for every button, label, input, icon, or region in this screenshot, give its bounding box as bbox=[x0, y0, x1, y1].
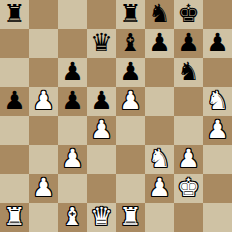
chess-board: ♜♜♞♚♛♝♟♟♟♟♟♞♟♟♟♟♟♞♟♟♟♞♟♟♟♚♜♝♛♜ bbox=[0, 0, 232, 232]
square-e7[interactable]: ♝ bbox=[116, 29, 145, 58]
square-g8[interactable]: ♚ bbox=[174, 0, 203, 29]
piece-black-rook: ♜ bbox=[3, 0, 25, 28]
piece-white-pawn: ♟ bbox=[148, 174, 170, 202]
square-e4[interactable] bbox=[116, 116, 145, 145]
square-d4[interactable]: ♟ bbox=[87, 116, 116, 145]
piece-black-knight: ♞ bbox=[177, 58, 199, 86]
square-f3[interactable]: ♞ bbox=[145, 145, 174, 174]
square-c2[interactable] bbox=[58, 174, 87, 203]
square-c6[interactable]: ♟ bbox=[58, 58, 87, 87]
square-f1[interactable] bbox=[145, 203, 174, 232]
square-b2[interactable]: ♟ bbox=[29, 174, 58, 203]
piece-black-rook: ♜ bbox=[119, 0, 141, 28]
square-h2[interactable] bbox=[203, 174, 232, 203]
piece-black-knight: ♞ bbox=[148, 0, 170, 28]
square-a5[interactable]: ♟ bbox=[0, 87, 29, 116]
piece-black-pawn: ♟ bbox=[206, 29, 228, 57]
piece-white-rook: ♜ bbox=[3, 203, 25, 231]
piece-white-pawn: ♟ bbox=[177, 145, 199, 173]
square-a4[interactable] bbox=[0, 116, 29, 145]
piece-white-pawn: ♟ bbox=[206, 116, 228, 144]
square-g7[interactable]: ♟ bbox=[174, 29, 203, 58]
piece-white-bishop: ♝ bbox=[61, 203, 83, 231]
square-f4[interactable] bbox=[145, 116, 174, 145]
square-h4[interactable]: ♟ bbox=[203, 116, 232, 145]
square-h3[interactable] bbox=[203, 145, 232, 174]
square-d3[interactable] bbox=[87, 145, 116, 174]
piece-white-rook: ♜ bbox=[119, 203, 141, 231]
square-d2[interactable] bbox=[87, 174, 116, 203]
piece-black-pawn: ♟ bbox=[61, 58, 83, 86]
square-b5[interactable]: ♟ bbox=[29, 87, 58, 116]
piece-white-pawn: ♟ bbox=[90, 116, 112, 144]
square-g1[interactable] bbox=[174, 203, 203, 232]
square-e1[interactable]: ♜ bbox=[116, 203, 145, 232]
piece-black-pawn: ♟ bbox=[61, 87, 83, 115]
square-b1[interactable] bbox=[29, 203, 58, 232]
square-f7[interactable]: ♟ bbox=[145, 29, 174, 58]
piece-black-king: ♚ bbox=[177, 0, 199, 28]
square-d8[interactable] bbox=[87, 0, 116, 29]
piece-white-pawn: ♟ bbox=[32, 174, 54, 202]
square-d5[interactable]: ♟ bbox=[87, 87, 116, 116]
piece-black-pawn: ♟ bbox=[119, 58, 141, 86]
square-a3[interactable] bbox=[0, 145, 29, 174]
piece-white-queen: ♛ bbox=[90, 203, 112, 231]
square-c5[interactable]: ♟ bbox=[58, 87, 87, 116]
square-f8[interactable]: ♞ bbox=[145, 0, 174, 29]
square-h5[interactable]: ♞ bbox=[203, 87, 232, 116]
square-b3[interactable] bbox=[29, 145, 58, 174]
square-b6[interactable] bbox=[29, 58, 58, 87]
piece-black-pawn: ♟ bbox=[3, 87, 25, 115]
square-h6[interactable] bbox=[203, 58, 232, 87]
piece-white-king: ♚ bbox=[177, 174, 199, 202]
square-b8[interactable] bbox=[29, 0, 58, 29]
square-c7[interactable] bbox=[58, 29, 87, 58]
square-g4[interactable] bbox=[174, 116, 203, 145]
square-a7[interactable] bbox=[0, 29, 29, 58]
piece-white-knight: ♞ bbox=[148, 145, 170, 173]
square-e3[interactable] bbox=[116, 145, 145, 174]
square-c4[interactable] bbox=[58, 116, 87, 145]
piece-white-knight: ♞ bbox=[206, 87, 228, 115]
square-e8[interactable]: ♜ bbox=[116, 0, 145, 29]
square-a8[interactable]: ♜ bbox=[0, 0, 29, 29]
square-d7[interactable]: ♛ bbox=[87, 29, 116, 58]
square-h1[interactable] bbox=[203, 203, 232, 232]
square-d6[interactable] bbox=[87, 58, 116, 87]
square-b4[interactable] bbox=[29, 116, 58, 145]
square-g2[interactable]: ♚ bbox=[174, 174, 203, 203]
square-c3[interactable]: ♟ bbox=[58, 145, 87, 174]
piece-black-pawn: ♟ bbox=[148, 29, 170, 57]
square-g3[interactable]: ♟ bbox=[174, 145, 203, 174]
piece-white-pawn: ♟ bbox=[119, 87, 141, 115]
square-a2[interactable] bbox=[0, 174, 29, 203]
square-g5[interactable] bbox=[174, 87, 203, 116]
square-e6[interactable]: ♟ bbox=[116, 58, 145, 87]
square-d1[interactable]: ♛ bbox=[87, 203, 116, 232]
square-c1[interactable]: ♝ bbox=[58, 203, 87, 232]
square-a1[interactable]: ♜ bbox=[0, 203, 29, 232]
square-f5[interactable] bbox=[145, 87, 174, 116]
square-g6[interactable]: ♞ bbox=[174, 58, 203, 87]
square-b7[interactable] bbox=[29, 29, 58, 58]
piece-black-pawn: ♟ bbox=[177, 29, 199, 57]
square-h8[interactable] bbox=[203, 0, 232, 29]
piece-black-bishop: ♝ bbox=[119, 29, 141, 57]
square-f6[interactable] bbox=[145, 58, 174, 87]
square-a6[interactable] bbox=[0, 58, 29, 87]
piece-black-queen: ♛ bbox=[90, 29, 112, 57]
square-e2[interactable] bbox=[116, 174, 145, 203]
square-h7[interactable]: ♟ bbox=[203, 29, 232, 58]
square-c8[interactable] bbox=[58, 0, 87, 29]
piece-white-pawn: ♟ bbox=[61, 145, 83, 173]
square-f2[interactable]: ♟ bbox=[145, 174, 174, 203]
piece-black-pawn: ♟ bbox=[90, 87, 112, 115]
piece-white-pawn: ♟ bbox=[32, 87, 54, 115]
square-e5[interactable]: ♟ bbox=[116, 87, 145, 116]
